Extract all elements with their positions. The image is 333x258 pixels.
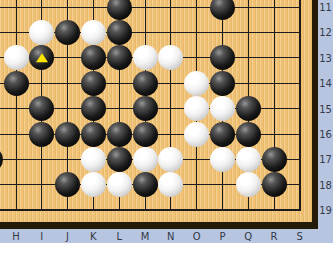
go-app-window: HIJKLMNOPQRS 111213141516171819 [0, 0, 333, 258]
stone-white-M13 [133, 45, 158, 70]
stone-black-P16 [210, 122, 235, 147]
stone-white-P17 [210, 147, 235, 172]
stone-white-N18 [158, 172, 183, 197]
stone-black-G17 [0, 147, 3, 172]
stone-white-N17 [158, 147, 183, 172]
stone-white-M17 [133, 147, 158, 172]
stone-black-J12 [55, 20, 80, 45]
col-label-M: M [138, 230, 152, 243]
stone-black-Q16 [236, 122, 261, 147]
row-label-13: 13 [318, 53, 333, 65]
stone-black-R18 [262, 172, 287, 197]
stone-white-P15 [210, 96, 235, 121]
stone-white-O15 [184, 96, 209, 121]
stone-black-L12 [107, 20, 132, 45]
stone-black-K15 [81, 96, 106, 121]
stone-white-I12 [29, 20, 54, 45]
col-label-J: J [61, 230, 75, 243]
stone-white-Q18 [236, 172, 261, 197]
stone-black-R17 [262, 147, 287, 172]
col-label-Q: Q [241, 230, 255, 243]
stone-black-L17 [107, 147, 132, 172]
col-label-N: N [164, 230, 178, 243]
stone-white-K17 [81, 147, 106, 172]
stone-black-H14 [4, 71, 29, 96]
stone-black-P14 [210, 71, 235, 96]
stone-black-M15 [133, 96, 158, 121]
last-move-marker [36, 53, 48, 62]
stone-black-K14 [81, 71, 106, 96]
stone-black-J18 [55, 172, 80, 197]
stone-white-O14 [184, 71, 209, 96]
stone-white-K12 [81, 20, 106, 45]
row-label-18: 18 [318, 180, 333, 192]
stone-black-K13 [81, 45, 106, 70]
stone-black-I15 [29, 96, 54, 121]
stone-white-H13 [4, 45, 29, 70]
stone-black-L13 [107, 45, 132, 70]
stone-black-M16 [133, 122, 158, 147]
row-label-12: 12 [318, 27, 333, 39]
row-label-11: 11 [318, 2, 333, 14]
stone-white-K18 [81, 172, 106, 197]
col-label-S: S [293, 230, 307, 243]
stone-white-N13 [158, 45, 183, 70]
row-label-17: 17 [318, 154, 333, 166]
col-label-L: L [112, 230, 126, 243]
stone-black-I13 [29, 45, 54, 70]
row-label-19: 19 [318, 205, 333, 217]
stone-black-P11 [210, 0, 235, 20]
stone-black-P13 [210, 45, 235, 70]
go-board[interactable] [0, 0, 318, 229]
stone-black-M18 [133, 172, 158, 197]
stone-white-L18 [107, 172, 132, 197]
stone-black-L11 [107, 0, 132, 20]
row-label-14: 14 [318, 78, 333, 90]
stone-black-I16 [29, 122, 54, 147]
col-label-H: H [9, 230, 23, 243]
col-label-I: I [35, 230, 49, 243]
stone-black-J16 [55, 122, 80, 147]
col-label-K: K [86, 230, 100, 243]
grid-hline-11 [0, 7, 301, 8]
stone-black-K16 [81, 122, 106, 147]
row-label-16: 16 [318, 129, 333, 141]
col-label-P: P [215, 230, 229, 243]
stone-black-Q15 [236, 96, 261, 121]
row-label-15: 15 [318, 104, 333, 116]
grid-hline-19 [0, 209, 301, 211]
col-label-R: R [267, 230, 281, 243]
stone-black-M14 [133, 71, 158, 96]
col-label-O: O [190, 230, 204, 243]
stone-white-Q17 [236, 147, 261, 172]
stone-white-O16 [184, 122, 209, 147]
stone-black-L16 [107, 122, 132, 147]
